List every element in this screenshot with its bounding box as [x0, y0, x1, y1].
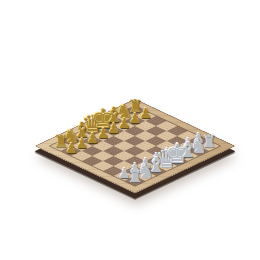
chess-board-squares	[50, 106, 220, 186]
chess-set-photo: ♜♞♝♛♚♝♞♜♟♟♟♟♟♟♟♟♟♟♟♟♟♟♟♟♜♞♝♛♚♝♞♜	[0, 0, 260, 260]
chess-board	[35, 99, 236, 193]
